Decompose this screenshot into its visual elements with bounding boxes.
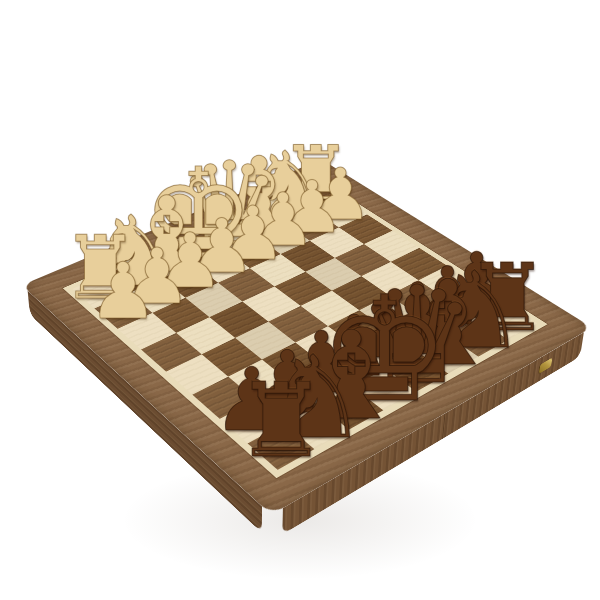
- piece-white-pawn-h2[interactable]: ♟: [88, 253, 158, 331]
- photo-stage: ♜♞♝♛♚♝♞♜♟♟♟♟♟♟♟♟♟♟♟♟♟♟♟♟♜♞♝♛♚♝♞♜: [0, 0, 600, 600]
- pieces-layer: ♜♞♝♛♚♝♞♜♟♟♟♟♟♟♟♟♟♟♟♟♟♟♟♟♜♞♝♛♚♝♞♜: [0, 0, 600, 600]
- piece-black-rook-h8[interactable]: ♜: [235, 370, 327, 473]
